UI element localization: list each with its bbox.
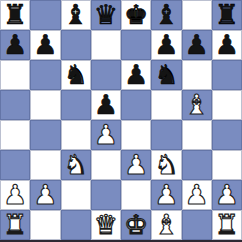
piece-black-rook[interactable]: ♜︎ xyxy=(3,0,27,30)
piece-white-rook[interactable]: ♜︎ xyxy=(3,210,27,240)
square-e3[interactable]: ♟︎ xyxy=(121,150,151,180)
square-d2[interactable] xyxy=(91,180,121,210)
square-f1[interactable]: ♝︎ xyxy=(151,210,181,240)
square-b5[interactable] xyxy=(30,90,60,120)
piece-white-pawn[interactable]: ♟︎ xyxy=(94,120,118,150)
square-c4[interactable] xyxy=(61,120,91,150)
piece-white-knight[interactable]: ♞︎ xyxy=(154,150,178,180)
square-g1[interactable] xyxy=(182,210,212,240)
square-b8[interactable] xyxy=(30,0,60,30)
square-g5[interactable]: ♝︎ xyxy=(182,90,212,120)
piece-black-pawn[interactable]: ♟︎ xyxy=(185,30,209,60)
square-h5[interactable] xyxy=(212,90,242,120)
piece-white-queen[interactable]: ♛︎ xyxy=(94,210,118,240)
square-f4[interactable] xyxy=(151,120,181,150)
square-g6[interactable] xyxy=(182,60,212,90)
square-b3[interactable] xyxy=(30,150,60,180)
square-h4[interactable] xyxy=(212,120,242,150)
piece-black-queen[interactable]: ♛︎ xyxy=(94,0,118,30)
chess-board: ♜︎♝︎♛︎♚︎♝︎♜︎♟︎♟︎♟︎♟︎♟︎♞︎♟︎♞︎♟︎♝︎♟︎♞︎♟︎♞︎… xyxy=(0,0,242,242)
square-a2[interactable]: ♟︎ xyxy=(0,180,30,210)
piece-black-king[interactable]: ♚︎ xyxy=(124,0,148,30)
piece-black-pawn[interactable]: ♟︎ xyxy=(94,90,118,120)
square-b4[interactable] xyxy=(30,120,60,150)
square-h3[interactable] xyxy=(212,150,242,180)
square-e7[interactable] xyxy=(121,30,151,60)
square-h2[interactable]: ♟︎ xyxy=(212,180,242,210)
square-a8[interactable]: ♜︎ xyxy=(0,0,30,30)
square-d6[interactable] xyxy=(91,60,121,90)
piece-black-bishop[interactable]: ♝︎ xyxy=(64,0,88,30)
piece-white-pawn[interactable]: ♟︎ xyxy=(3,180,27,210)
piece-white-knight[interactable]: ♞︎ xyxy=(64,150,88,180)
square-b6[interactable] xyxy=(30,60,60,90)
square-b1[interactable] xyxy=(30,210,60,240)
square-g3[interactable] xyxy=(182,150,212,180)
piece-black-knight[interactable]: ♞︎ xyxy=(154,60,178,90)
square-e8[interactable]: ♚︎ xyxy=(121,0,151,30)
square-a7[interactable]: ♟︎ xyxy=(0,30,30,60)
square-b7[interactable]: ♟︎ xyxy=(30,30,60,60)
piece-white-pawn[interactable]: ♟︎ xyxy=(154,180,178,210)
square-g8[interactable] xyxy=(182,0,212,30)
square-d7[interactable] xyxy=(91,30,121,60)
square-c3[interactable]: ♞︎ xyxy=(61,150,91,180)
piece-white-bishop[interactable]: ♝︎ xyxy=(185,90,209,120)
square-f5[interactable] xyxy=(151,90,181,120)
square-b2[interactable]: ♟︎ xyxy=(30,180,60,210)
piece-white-pawn[interactable]: ♟︎ xyxy=(33,180,57,210)
square-f7[interactable]: ♟︎ xyxy=(151,30,181,60)
square-f6[interactable]: ♞︎ xyxy=(151,60,181,90)
square-g7[interactable]: ♟︎ xyxy=(182,30,212,60)
piece-black-rook[interactable]: ♜︎ xyxy=(215,0,239,30)
square-a6[interactable] xyxy=(0,60,30,90)
piece-black-pawn[interactable]: ♟︎ xyxy=(3,30,27,60)
square-a4[interactable] xyxy=(0,120,30,150)
piece-white-pawn[interactable]: ♟︎ xyxy=(185,180,209,210)
piece-black-knight[interactable]: ♞︎ xyxy=(64,60,88,90)
piece-white-pawn[interactable]: ♟︎ xyxy=(215,180,239,210)
square-c1[interactable] xyxy=(61,210,91,240)
square-a1[interactable]: ♜︎ xyxy=(0,210,30,240)
square-f3[interactable]: ♞︎ xyxy=(151,150,181,180)
square-d3[interactable] xyxy=(91,150,121,180)
square-a3[interactable] xyxy=(0,150,30,180)
square-g4[interactable] xyxy=(182,120,212,150)
square-e4[interactable] xyxy=(121,120,151,150)
square-c5[interactable] xyxy=(61,90,91,120)
piece-white-bishop[interactable]: ♝︎ xyxy=(154,210,178,240)
square-e5[interactable] xyxy=(121,90,151,120)
square-c8[interactable]: ♝︎ xyxy=(61,0,91,30)
square-d4[interactable]: ♟︎ xyxy=(91,120,121,150)
piece-black-pawn[interactable]: ♟︎ xyxy=(33,30,57,60)
square-d8[interactable]: ♛︎ xyxy=(91,0,121,30)
piece-black-pawn[interactable]: ♟︎ xyxy=(154,30,178,60)
square-e1[interactable]: ♚︎ xyxy=(121,210,151,240)
piece-black-bishop[interactable]: ♝︎ xyxy=(154,0,178,30)
piece-white-pawn[interactable]: ♟︎ xyxy=(124,150,148,180)
square-h8[interactable]: ♜︎ xyxy=(212,0,242,30)
piece-black-pawn[interactable]: ♟︎ xyxy=(215,30,239,60)
square-d5[interactable]: ♟︎ xyxy=(91,90,121,120)
square-c7[interactable] xyxy=(61,30,91,60)
square-g2[interactable]: ♟︎ xyxy=(182,180,212,210)
square-h6[interactable] xyxy=(212,60,242,90)
square-e6[interactable]: ♟︎ xyxy=(121,60,151,90)
square-f2[interactable]: ♟︎ xyxy=(151,180,181,210)
square-c2[interactable] xyxy=(61,180,91,210)
piece-white-king[interactable]: ♚︎ xyxy=(124,210,148,240)
square-d1[interactable]: ♛︎ xyxy=(91,210,121,240)
square-f8[interactable]: ♝︎ xyxy=(151,0,181,30)
square-a5[interactable] xyxy=(0,90,30,120)
square-c6[interactable]: ♞︎ xyxy=(61,60,91,90)
square-h1[interactable]: ♜︎ xyxy=(212,210,242,240)
square-h7[interactable]: ♟︎ xyxy=(212,30,242,60)
piece-white-rook[interactable]: ♜︎ xyxy=(215,210,239,240)
square-e2[interactable] xyxy=(121,180,151,210)
piece-black-pawn[interactable]: ♟︎ xyxy=(124,60,148,90)
